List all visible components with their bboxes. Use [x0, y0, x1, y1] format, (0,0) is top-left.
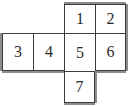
net-cell-5: 5 — [64, 33, 95, 71]
net-cell-4: 4 — [33, 33, 64, 71]
net-cell-1: 1 — [64, 4, 95, 33]
puzzle-board: 1 2 3 4 5 6 7 — [2, 4, 136, 103]
net-cell-7: 7 — [64, 71, 95, 103]
net-cell-3: 3 — [2, 33, 33, 71]
net-cell-6: 6 — [95, 33, 126, 71]
net-cell-2: 2 — [95, 4, 126, 33]
